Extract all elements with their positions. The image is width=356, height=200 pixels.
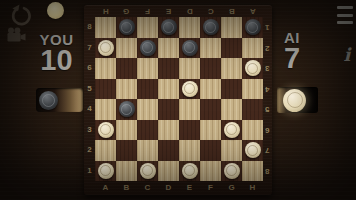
white-piece-c1[interactable] <box>140 163 156 179</box>
tray-light-piece <box>283 89 306 112</box>
game-screen: YOU 10 HGFEDCBA 87654321 12345678 ABCDEF… <box>0 0 356 200</box>
square-b1[interactable] <box>116 161 137 182</box>
square-f5[interactable] <box>200 79 221 100</box>
coordinate-label: G <box>123 7 129 15</box>
square-f2[interactable] <box>200 140 221 161</box>
square-g8[interactable] <box>221 17 242 38</box>
square-d4[interactable] <box>158 99 179 120</box>
square-a8[interactable] <box>95 17 116 38</box>
file-labels-bottom: ABCDEFGH <box>95 181 263 195</box>
white-piece-h2[interactable] <box>245 142 261 158</box>
coordinate-label: B <box>229 7 235 15</box>
coordinate-label: 2 <box>87 146 91 154</box>
square-b7[interactable] <box>116 38 137 59</box>
checkers-board: HGFEDCBA 87654321 12345678 ABCDEFGH <box>84 5 272 195</box>
coordinate-label: 5 <box>265 105 269 113</box>
square-f3[interactable] <box>200 120 221 141</box>
coordinate-label: H <box>103 7 109 15</box>
square-h4[interactable] <box>242 99 263 120</box>
square-g5[interactable] <box>221 79 242 100</box>
square-a2[interactable] <box>95 140 116 161</box>
square-c4[interactable] <box>137 99 158 120</box>
white-piece-a1[interactable] <box>98 163 114 179</box>
square-c3[interactable] <box>137 120 158 141</box>
square-c5[interactable] <box>137 79 158 100</box>
info-icon[interactable]: i <box>341 45 353 65</box>
restart-icon[interactable] <box>9 4 33 28</box>
square-b3[interactable] <box>116 120 137 141</box>
coordinate-label: C <box>145 184 151 192</box>
square-g4[interactable] <box>221 99 242 120</box>
square-g2[interactable] <box>221 140 242 161</box>
square-a4[interactable] <box>95 99 116 120</box>
black-piece-e7[interactable] <box>182 40 198 56</box>
coordinate-label: B <box>124 184 130 192</box>
coordinate-label: 6 <box>265 126 269 134</box>
coordinate-label: 7 <box>87 44 91 52</box>
coordinate-label: A <box>250 7 256 15</box>
square-b2[interactable] <box>116 140 137 161</box>
square-a6[interactable] <box>95 58 116 79</box>
square-f6[interactable] <box>200 58 221 79</box>
square-e4[interactable] <box>179 99 200 120</box>
coordinate-label: 4 <box>265 85 269 93</box>
square-b5[interactable] <box>116 79 137 100</box>
square-c2[interactable] <box>137 140 158 161</box>
coordinate-label: G <box>228 184 234 192</box>
square-d7[interactable] <box>158 38 179 59</box>
player-you-score: 10 <box>28 46 85 75</box>
square-e3[interactable] <box>179 120 200 141</box>
coordinate-label: A <box>103 184 109 192</box>
coordinate-label: 7 <box>265 146 269 154</box>
white-piece-a7[interactable] <box>98 40 114 56</box>
square-f1[interactable] <box>200 161 221 182</box>
square-e2[interactable] <box>179 140 200 161</box>
coordinate-label: 1 <box>87 167 91 175</box>
rank-labels-left: 87654321 <box>84 17 95 181</box>
square-e6[interactable] <box>179 58 200 79</box>
square-d5[interactable] <box>158 79 179 100</box>
white-piece-e1[interactable] <box>182 163 198 179</box>
square-g6[interactable] <box>221 58 242 79</box>
square-c6[interactable] <box>137 58 158 79</box>
coordinate-label: 6 <box>87 64 91 72</box>
black-piece-d8[interactable] <box>161 19 177 35</box>
file-labels-top: HGFEDCBA <box>95 5 263 17</box>
square-e8[interactable] <box>179 17 200 38</box>
coordinate-label: 3 <box>87 126 91 134</box>
right-piece-tray <box>277 87 318 113</box>
square-h3[interactable] <box>242 120 263 141</box>
white-piece-a3[interactable] <box>98 122 114 138</box>
coordinate-label: 5 <box>87 85 91 93</box>
player-ai-score: 7 <box>270 44 314 73</box>
black-piece-h8[interactable] <box>245 19 261 35</box>
black-piece-b4[interactable] <box>119 101 135 117</box>
coordinate-label: 4 <box>87 105 91 113</box>
square-d2[interactable] <box>158 140 179 161</box>
coordinate-label: D <box>187 7 193 15</box>
black-piece-c7[interactable] <box>140 40 156 56</box>
white-piece-h6[interactable] <box>245 60 261 76</box>
coordinate-label: D <box>166 184 172 192</box>
tray-dark-piece <box>39 91 58 110</box>
coordinate-label: E <box>187 184 192 192</box>
menu-icon[interactable] <box>337 6 353 24</box>
square-a5[interactable] <box>95 79 116 100</box>
coordinate-label: C <box>208 7 214 15</box>
coordinate-label: 8 <box>87 23 91 31</box>
square-h5[interactable] <box>242 79 263 100</box>
square-f7[interactable] <box>200 38 221 59</box>
white-piece-g1[interactable] <box>224 163 240 179</box>
square-d3[interactable] <box>158 120 179 141</box>
black-piece-b8[interactable] <box>119 19 135 35</box>
coordinate-label: 8 <box>265 167 269 175</box>
coordinate-label: H <box>250 184 256 192</box>
black-piece-f8[interactable] <box>203 19 219 35</box>
square-f4[interactable] <box>200 99 221 120</box>
square-g7[interactable] <box>221 38 242 59</box>
square-b6[interactable] <box>116 58 137 79</box>
video-camera-icon[interactable] <box>6 27 27 43</box>
left-piece-tray <box>36 88 83 112</box>
square-c8[interactable] <box>137 17 158 38</box>
coordinate-label: F <box>145 7 150 15</box>
square-h7[interactable] <box>242 38 263 59</box>
coordinate-label: F <box>208 184 213 192</box>
coordinate-label: E <box>166 7 171 15</box>
white-piece-e5[interactable] <box>182 81 198 97</box>
square-d1[interactable] <box>158 161 179 182</box>
board-grid <box>95 17 263 181</box>
turn-indicator <box>47 2 64 19</box>
square-d6[interactable] <box>158 58 179 79</box>
square-h1[interactable] <box>242 161 263 182</box>
white-piece-g3[interactable] <box>224 122 240 138</box>
